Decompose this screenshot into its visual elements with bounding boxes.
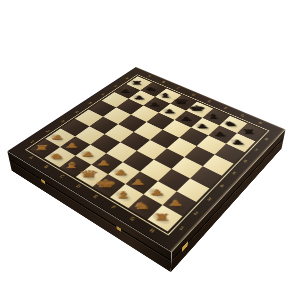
- square-d2: [91, 153, 122, 174]
- square-h6: [215, 144, 245, 164]
- square-f2: [125, 172, 158, 195]
- chess-board: AABBCCDDEEFFGGHH1122334455667788: [7, 67, 285, 252]
- coordinate-file-bottom: C: [52, 170, 73, 183]
- piece-shadow: [61, 139, 83, 152]
- piece-shadow: [163, 195, 188, 212]
- square-f5: [167, 138, 197, 157]
- square-g3: [158, 169, 190, 192]
- coordinate-rank-right: 3: [204, 195, 215, 203]
- box-hinge: [117, 226, 122, 232]
- squares-layer: [136, 67, 286, 130]
- piece-shadow: [93, 177, 117, 193]
- piece-shadow: [129, 198, 154, 215]
- piece-shadow: [111, 187, 136, 203]
- square-h4: [190, 166, 222, 188]
- square-a1: [29, 139, 60, 159]
- box-hinge: [41, 179, 45, 184]
- coordinate-rank-right: 7: [251, 147, 261, 153]
- piece-shadow: [148, 209, 174, 227]
- coordinate-rank-right: 8: [261, 136, 271, 142]
- square-e2: [108, 162, 140, 184]
- piece-shadow: [109, 165, 132, 180]
- square-f1: [110, 184, 144, 208]
- square-c2: [75, 145, 106, 165]
- square-f4: [154, 148, 185, 168]
- square-g4: [172, 157, 203, 178]
- coordinate-rank-right: 5: [229, 170, 240, 177]
- product-photo: AABBCCDDEEFFGGHH1122334455667788 ♜♞♝♛♚♝♞…: [0, 0, 300, 300]
- coordinate-rank-right: 4: [216, 182, 227, 190]
- piece-shadow: [76, 148, 98, 162]
- square-g5: [184, 146, 214, 166]
- square-f3: [140, 160, 172, 182]
- square-d3: [106, 142, 136, 162]
- coordinate-file-bottom: B: [36, 160, 56, 173]
- square-d1: [76, 165, 108, 187]
- square-e1: [93, 174, 126, 197]
- square-g2: [144, 181, 177, 205]
- box-clasp: [182, 241, 188, 252]
- piece-shadow: [45, 150, 67, 164]
- scene: AABBCCDDEEFFGGHH1122334455667788 ♜♞♝♛♚♝♞…: [0, 0, 300, 300]
- square-b1: [44, 147, 75, 167]
- piece-shadow: [126, 175, 150, 191]
- square-e3: [123, 151, 154, 172]
- coordinate-rank-right: 6: [240, 158, 251, 165]
- square-g1: [128, 194, 162, 219]
- piece-shadow: [76, 168, 99, 183]
- square-h1: [148, 205, 183, 231]
- square-h5: [203, 155, 234, 176]
- square-c1: [60, 156, 92, 177]
- coordinate-rank-left: 1: [27, 138, 37, 144]
- piece-shadow: [92, 156, 115, 170]
- coordinate-file-bottom: A: [22, 152, 42, 164]
- piece-shadow: [144, 185, 169, 201]
- coordinate-rank-right: 2: [190, 209, 202, 217]
- coordinate-rank-right: 1: [176, 224, 188, 233]
- square-e4: [137, 140, 167, 160]
- chess-box: AABBCCDDEEFFGGHH1122334455667788 ♜♞♝♛♚♝♞…: [7, 67, 285, 252]
- square-h3: [177, 178, 210, 202]
- piece-shadow: [30, 141, 52, 154]
- piece-shadow: [60, 159, 83, 173]
- square-h2: [163, 191, 197, 216]
